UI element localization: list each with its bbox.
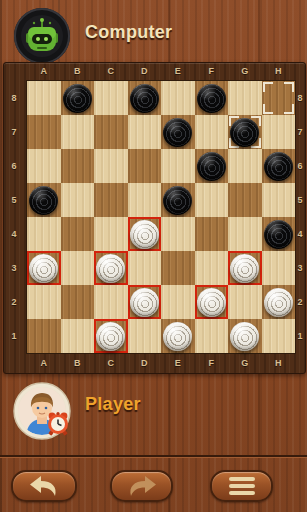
coord-label: G (228, 355, 262, 371)
black-piece[interactable] (264, 152, 293, 181)
white-piece[interactable] (130, 220, 159, 249)
checkers-board: ABCDEFGH ABCDEFGH 87654321 87654321 (3, 62, 306, 374)
black-piece[interactable] (197, 84, 226, 113)
square-D6[interactable] (128, 149, 162, 183)
square-B2[interactable] (61, 285, 95, 319)
square-H7[interactable] (262, 115, 296, 149)
square-H8[interactable] (262, 81, 296, 115)
square-H4[interactable] (262, 217, 296, 251)
last-move-highlight (263, 82, 295, 114)
coord-label: 5 (293, 183, 307, 217)
coord-label: C (94, 63, 128, 79)
board-grid (27, 81, 295, 353)
square-G7[interactable] (228, 115, 262, 149)
square-D8[interactable] (128, 81, 162, 115)
black-piece[interactable] (197, 152, 226, 181)
coord-label: H (262, 63, 296, 79)
square-F2[interactable] (195, 285, 229, 319)
square-H3[interactable] (262, 251, 296, 285)
robot-icon (13, 7, 71, 65)
coord-label: 1 (7, 319, 21, 353)
white-piece[interactable] (130, 288, 159, 317)
white-piece[interactable] (197, 288, 226, 317)
square-A1[interactable] (27, 319, 61, 353)
square-E6[interactable] (161, 149, 195, 183)
square-B4[interactable] (61, 217, 95, 251)
white-piece[interactable] (29, 254, 58, 283)
square-A8[interactable] (27, 81, 61, 115)
coord-label: 5 (7, 183, 21, 217)
square-H6[interactable] (262, 149, 296, 183)
square-B5[interactable] (61, 183, 95, 217)
square-H1[interactable] (262, 319, 296, 353)
rank-labels-left: 87654321 (7, 81, 21, 353)
square-E2[interactable] (161, 285, 195, 319)
square-C8[interactable] (94, 81, 128, 115)
square-D1[interactable] (128, 319, 162, 353)
square-G5[interactable] (228, 183, 262, 217)
coord-label: 6 (293, 149, 307, 183)
coord-label: H (262, 355, 296, 371)
black-piece[interactable] (163, 118, 192, 147)
square-C6[interactable] (94, 149, 128, 183)
square-G2[interactable] (228, 285, 262, 319)
square-E4[interactable] (161, 217, 195, 251)
square-B3[interactable] (61, 251, 95, 285)
coord-label: A (27, 355, 61, 371)
coord-label: G (228, 63, 262, 79)
square-D7[interactable] (128, 115, 162, 149)
square-F8[interactable] (195, 81, 229, 115)
square-A5[interactable] (27, 183, 61, 217)
black-piece[interactable] (230, 118, 259, 147)
square-G3[interactable] (228, 251, 262, 285)
hamburger-menu-icon (227, 475, 257, 497)
square-B8[interactable] (61, 81, 95, 115)
square-F4[interactable] (195, 217, 229, 251)
square-G4[interactable] (228, 217, 262, 251)
square-D3[interactable] (128, 251, 162, 285)
coord-label: F (195, 63, 229, 79)
computer-avatar (13, 7, 71, 65)
square-F3[interactable] (195, 251, 229, 285)
coord-label: B (61, 63, 95, 79)
coord-label: E (161, 355, 195, 371)
square-A7[interactable] (27, 115, 61, 149)
black-piece[interactable] (130, 84, 159, 113)
square-F7[interactable] (195, 115, 229, 149)
menu-button[interactable] (210, 470, 273, 502)
coord-label: 2 (7, 285, 21, 319)
coord-label: 3 (7, 251, 21, 285)
square-D4[interactable] (128, 217, 162, 251)
coord-label: 4 (293, 217, 307, 251)
square-B7[interactable] (61, 115, 95, 149)
coord-label: A (27, 63, 61, 79)
square-E5[interactable] (161, 183, 195, 217)
coord-label: 8 (293, 81, 307, 115)
square-E1[interactable] (161, 319, 195, 353)
file-labels-top: ABCDEFGH (27, 63, 295, 79)
square-B1[interactable] (61, 319, 95, 353)
timer-clock-icon (44, 410, 72, 438)
black-piece[interactable] (163, 186, 192, 215)
coord-label: 7 (7, 115, 21, 149)
white-piece[interactable] (230, 254, 259, 283)
undo-arrow-icon (27, 474, 61, 498)
square-D2[interactable] (128, 285, 162, 319)
file-labels-bottom: ABCDEFGH (27, 355, 295, 371)
square-E8[interactable] (161, 81, 195, 115)
square-C2[interactable] (94, 285, 128, 319)
square-C4[interactable] (94, 217, 128, 251)
coord-label: D (128, 63, 162, 79)
square-F6[interactable] (195, 149, 229, 183)
white-piece[interactable] (96, 322, 125, 351)
toolbar-divider (0, 455, 307, 458)
rank-labels-right: 87654321 (293, 81, 307, 353)
coord-label: 7 (293, 115, 307, 149)
square-A6[interactable] (27, 149, 61, 183)
white-piece[interactable] (264, 288, 293, 317)
black-piece[interactable] (29, 186, 58, 215)
coord-label: 6 (7, 149, 21, 183)
square-G6[interactable] (228, 149, 262, 183)
coord-label: 4 (7, 217, 21, 251)
square-C7[interactable] (94, 115, 128, 149)
coord-label: B (61, 355, 95, 371)
square-A3[interactable] (27, 251, 61, 285)
white-piece[interactable] (96, 254, 125, 283)
coord-label: 1 (293, 319, 307, 353)
square-G1[interactable] (228, 319, 262, 353)
square-A2[interactable] (27, 285, 61, 319)
square-C1[interactable] (94, 319, 128, 353)
coord-label: 8 (7, 81, 21, 115)
coord-label: 3 (293, 251, 307, 285)
white-piece[interactable] (230, 322, 259, 351)
square-H5[interactable] (262, 183, 296, 217)
square-E3[interactable] (161, 251, 195, 285)
square-F5[interactable] (195, 183, 229, 217)
square-D5[interactable] (128, 183, 162, 217)
undo-button[interactable] (11, 470, 77, 502)
square-E7[interactable] (161, 115, 195, 149)
redo-button[interactable] (110, 470, 173, 502)
square-G8[interactable] (228, 81, 262, 115)
black-piece[interactable] (264, 220, 293, 249)
coord-label: C (94, 355, 128, 371)
black-piece[interactable] (63, 84, 92, 113)
coord-label: F (195, 355, 229, 371)
white-piece[interactable] (163, 322, 192, 351)
square-C3[interactable] (94, 251, 128, 285)
square-A4[interactable] (27, 217, 61, 251)
square-B6[interactable] (61, 149, 95, 183)
square-F1[interactable] (195, 319, 229, 353)
square-H2[interactable] (262, 285, 296, 319)
redo-arrow-icon (125, 474, 159, 498)
game-screen: Computer ABCDEFGH ABCDEFGH 87654321 8765… (0, 0, 307, 512)
player-name-label: Player (85, 394, 141, 415)
coord-label: E (161, 63, 195, 79)
coord-label: 2 (293, 285, 307, 319)
computer-name-label: Computer (85, 22, 172, 43)
coord-label: D (128, 355, 162, 371)
square-C5[interactable] (94, 183, 128, 217)
